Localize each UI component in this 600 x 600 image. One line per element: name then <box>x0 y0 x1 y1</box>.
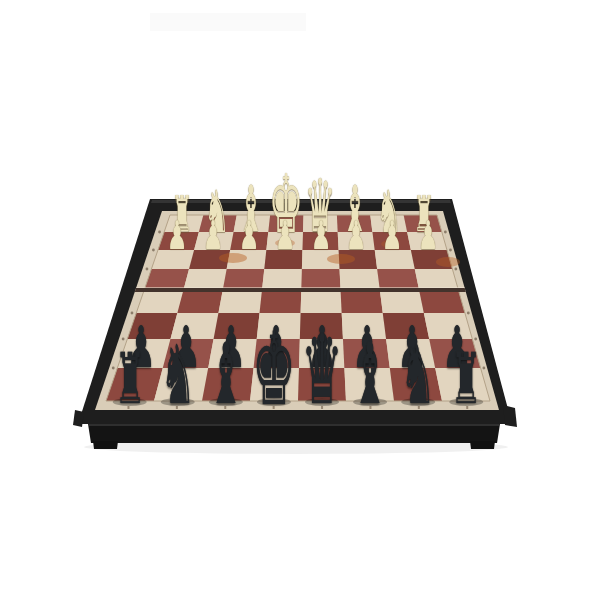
black-rook: ♜ <box>115 344 145 414</box>
black-king: ♚ <box>252 318 296 419</box>
white-pawn: ♟ <box>382 216 403 256</box>
black-rook: ♜ <box>451 344 481 414</box>
white-pawn: ♟ <box>310 216 331 256</box>
white-pawn: ♟ <box>166 216 187 256</box>
white-pawn: ♟ <box>274 216 295 256</box>
black-bishop: ♝ <box>208 332 245 416</box>
black-queen: ♛ <box>301 323 342 418</box>
black-bishop: ♝ <box>352 332 389 416</box>
white-pawn: ♟ <box>346 216 367 256</box>
black-knight: ♞ <box>160 334 195 415</box>
chess-pieces-layer: ♜♞♝♚♛♝♞♜♟♟♟♟♟♟♟♟♟♟♟♟♟♟♟♟♜♞♝♚♛♝♞♜ <box>0 0 600 600</box>
product-photo: ♜♞♝♚♛♝♞♜♟♟♟♟♟♟♟♟♟♟♟♟♟♟♟♟♜♞♝♚♛♝♞♜ <box>0 0 600 600</box>
black-knight: ♞ <box>400 334 435 415</box>
white-pawn: ♟ <box>418 216 439 256</box>
white-pawn: ♟ <box>238 216 259 256</box>
white-pawn: ♟ <box>202 216 223 256</box>
